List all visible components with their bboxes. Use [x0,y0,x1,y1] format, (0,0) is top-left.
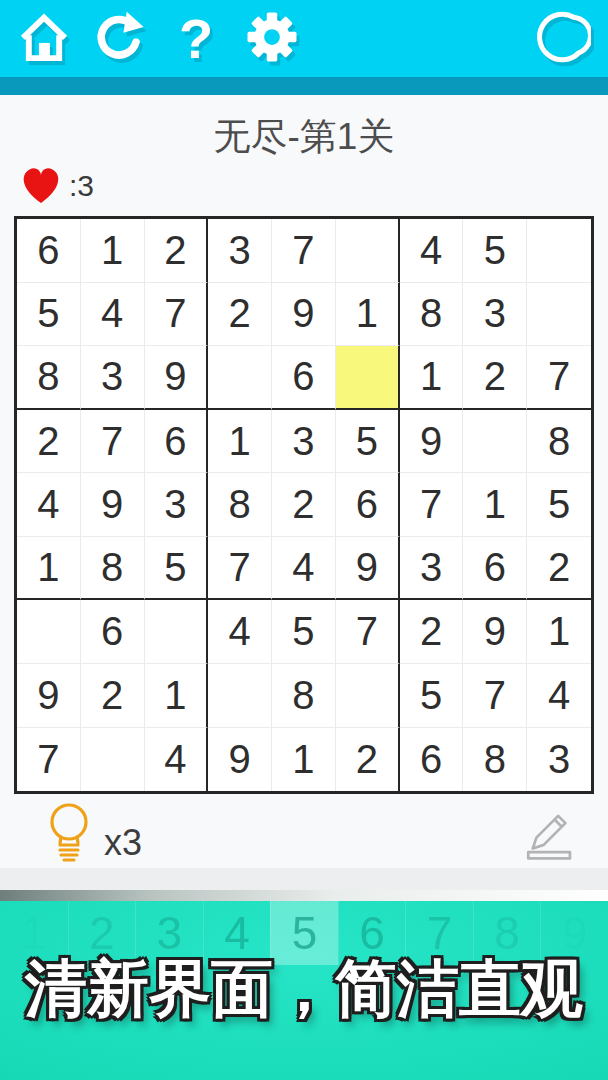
sudoku-cell[interactable]: 4 [208,600,272,664]
sudoku-cell[interactable]: 4 [527,664,591,728]
top-bar-edge [0,77,608,95]
sudoku-cell[interactable]: 9 [272,283,336,347]
hint-count: x3 [104,822,142,870]
sudoku-cell[interactable]: 2 [527,537,591,601]
sudoku-cell[interactable]: 7 [336,600,400,664]
sudoku-cell[interactable] [145,600,209,664]
sudoku-cell[interactable] [208,346,272,410]
sudoku-cell[interactable]: 6 [336,473,400,537]
bevel-edge [0,890,608,901]
bottom-toolbar: x3 [44,802,578,868]
sudoku-cell[interactable]: 2 [272,473,336,537]
sudoku-cell[interactable]: 1 [145,664,209,728]
sudoku-cell[interactable]: 4 [400,219,464,283]
sudoku-cell[interactable]: 2 [17,410,81,474]
sudoku-cell[interactable]: 5 [400,664,464,728]
sudoku-cell[interactable]: 8 [400,283,464,347]
sudoku-cell[interactable]: 8 [208,473,272,537]
sudoku-cell[interactable]: 9 [336,537,400,601]
sudoku-cell[interactable]: 2 [145,219,209,283]
sudoku-cell[interactable] [527,283,591,347]
promo-banner: 123456789 清新界面，简洁直观 [0,901,608,1080]
sudoku-cell[interactable]: 3 [527,728,591,792]
sudoku-board: 6123745547291838396127276135984938267151… [14,216,594,794]
sudoku-cell[interactable]: 5 [527,473,591,537]
sudoku-cell[interactable]: 9 [463,600,527,664]
home-icon [17,10,71,67]
sudoku-cell[interactable]: 1 [336,283,400,347]
sudoku-cell[interactable]: 3 [81,346,145,410]
sudoku-cell[interactable]: 7 [17,728,81,792]
sudoku-cell[interactable]: 6 [81,600,145,664]
moon-icon [537,10,591,67]
sudoku-cell[interactable]: 1 [527,600,591,664]
sudoku-cell[interactable]: 2 [336,728,400,792]
sudoku-cell[interactable]: 1 [463,473,527,537]
sudoku-cell[interactable]: 2 [400,600,464,664]
help-icon: ? [179,11,213,67]
sudoku-cell[interactable] [463,410,527,474]
gear-icon [244,9,300,68]
sudoku-cell[interactable] [336,219,400,283]
sudoku-cell[interactable]: 1 [17,537,81,601]
sudoku-cell[interactable]: 7 [400,473,464,537]
sudoku-cell[interactable]: 4 [272,537,336,601]
sudoku-cell[interactable] [17,600,81,664]
sudoku-cell[interactable]: 6 [17,219,81,283]
sudoku-cell[interactable]: 3 [208,219,272,283]
sudoku-cell[interactable]: 4 [81,283,145,347]
pencil-icon [521,805,579,866]
top-bar-left-group: ? [16,8,536,70]
sudoku-cell[interactable]: 6 [463,537,527,601]
night-mode-button[interactable] [536,8,592,70]
sudoku-cell[interactable]: 9 [208,728,272,792]
sudoku-cell[interactable]: 4 [145,728,209,792]
sudoku-cell[interactable] [527,219,591,283]
sudoku-cell[interactable]: 2 [463,346,527,410]
sudoku-cell[interactable]: 9 [81,473,145,537]
sudoku-cell[interactable]: 3 [463,283,527,347]
sudoku-cell[interactable]: 3 [145,473,209,537]
sudoku-cell[interactable]: 9 [400,410,464,474]
sudoku-cell[interactable]: 7 [145,283,209,347]
sudoku-cell[interactable] [336,346,400,410]
sudoku-cell[interactable] [208,664,272,728]
pencil-button[interactable] [522,804,578,866]
lightbulb-icon [44,801,94,870]
sudoku-cell[interactable]: 8 [272,664,336,728]
sudoku-cell[interactable]: 1 [272,728,336,792]
home-button[interactable] [16,8,72,70]
page-title: 无尽-第1关 [0,115,608,159]
lives-indicator: :3 [18,163,608,209]
sudoku-cell[interactable] [336,664,400,728]
sudoku-cell[interactable]: 4 [17,473,81,537]
sudoku-cell[interactable]: 6 [400,728,464,792]
hint-button[interactable]: x3 [44,801,142,870]
sudoku-cell[interactable]: 9 [17,664,81,728]
sudoku-cell[interactable]: 7 [208,537,272,601]
sudoku-cell[interactable]: 2 [81,664,145,728]
sudoku-cell[interactable]: 6 [272,346,336,410]
sudoku-cell[interactable]: 9 [145,346,209,410]
sudoku-cell[interactable]: 5 [336,410,400,474]
heart-icon [18,163,64,209]
sudoku-cell[interactable]: 1 [81,219,145,283]
game-area: 无尽-第1关 :3 612374554729183839612727613598… [0,95,608,868]
sudoku-cell[interactable]: 8 [527,410,591,474]
sudoku-cell[interactable]: 7 [81,410,145,474]
top-bar: ? [0,0,608,77]
screenshot-bottom-band [0,868,608,890]
sudoku-cell[interactable]: 5 [272,600,336,664]
help-button[interactable]: ? [168,8,224,70]
sudoku-cell[interactable]: 8 [463,728,527,792]
sudoku-cell[interactable]: 1 [400,346,464,410]
restart-icon [93,10,147,67]
sudoku-cell[interactable]: 1 [208,410,272,474]
sudoku-cell[interactable]: 7 [527,346,591,410]
sudoku-cell[interactable]: 2 [208,283,272,347]
lives-count: :3 [69,169,94,203]
sudoku-cell[interactable]: 7 [463,664,527,728]
settings-button[interactable] [244,8,300,70]
sudoku-cell[interactable] [81,728,145,792]
sudoku-cell[interactable]: 7 [272,219,336,283]
sudoku-cell[interactable]: 6 [145,410,209,474]
sudoku-cell[interactable]: 5 [17,283,81,347]
sudoku-cell[interactable]: 5 [145,537,209,601]
sudoku-cell[interactable]: 5 [463,219,527,283]
sudoku-cell[interactable]: 8 [81,537,145,601]
promo-caption: 清新界面，简洁直观 [0,953,608,1025]
app-screen: ? [0,0,608,1080]
restart-button[interactable] [92,8,148,70]
sudoku-cell[interactable]: 3 [272,410,336,474]
sudoku-cell[interactable]: 8 [17,346,81,410]
sudoku-cell[interactable]: 3 [400,537,464,601]
